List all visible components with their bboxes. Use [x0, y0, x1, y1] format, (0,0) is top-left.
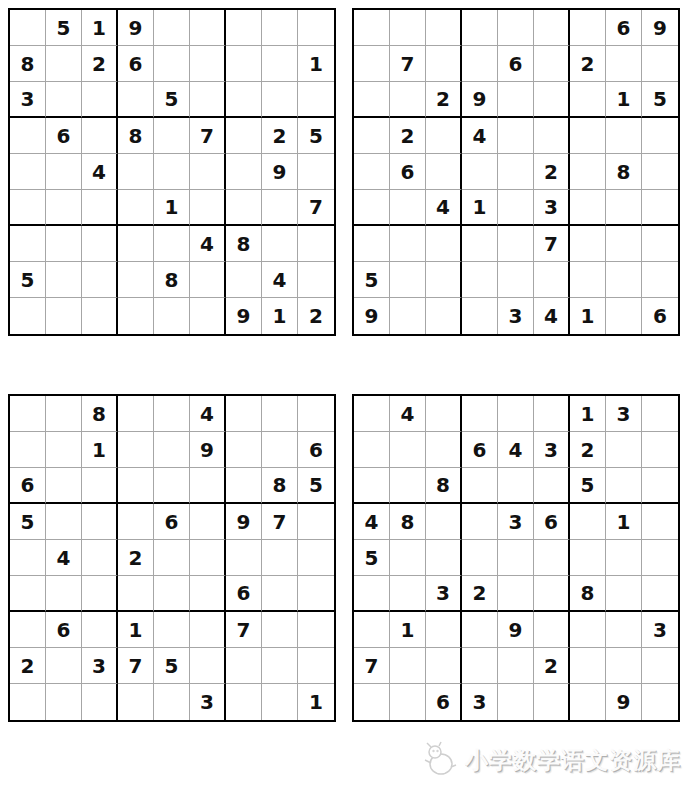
sudoku-cell-r6c5: 1	[154, 190, 190, 226]
sudoku-cell-r3c8: 8	[262, 468, 298, 504]
sudoku-cell-r9c6: 4	[534, 298, 570, 334]
penguin-mascot-icon	[417, 740, 459, 780]
sudoku-cell-r5c7	[226, 154, 262, 190]
sudoku-cell-r2c7: 2	[570, 46, 606, 82]
sudoku-cell-r9c5	[154, 684, 190, 720]
sudoku-cell-r5c7	[226, 540, 262, 576]
sudoku-cell-r4c4: 4	[462, 118, 498, 154]
sudoku-cell-r5c3: 4	[82, 154, 118, 190]
sudoku-cell-r3c1	[354, 82, 390, 118]
sudoku-cell-r4c8	[606, 118, 642, 154]
sudoku-cell-r3c5	[498, 82, 534, 118]
sudoku-cell-r3c8	[606, 468, 642, 504]
sudoku-cell-r2c7: 2	[570, 432, 606, 468]
sudoku-cell-r2c5: 4	[498, 432, 534, 468]
sudoku-cell-r2c8	[606, 46, 642, 82]
sudoku-cell-r5c8	[262, 540, 298, 576]
sudoku-cell-r5c1	[10, 540, 46, 576]
sudoku-cell-r7c4	[462, 612, 498, 648]
sudoku-cell-r6c3: 4	[426, 190, 462, 226]
sudoku-cell-r3c4: 9	[462, 82, 498, 118]
sudoku-cell-r8c7	[570, 648, 606, 684]
sudoku-cell-r8c9	[642, 262, 678, 298]
sudoku-cell-r7c2	[46, 226, 82, 262]
sudoku-cell-r8c6	[534, 262, 570, 298]
sudoku-cell-r4c4	[462, 504, 498, 540]
sudoku-board-top-left: 51982613568725491748584912	[8, 8, 336, 336]
sudoku-cell-r1c4	[118, 396, 154, 432]
sudoku-cell-r2c4: 6	[118, 46, 154, 82]
sudoku-cell-r6c5	[498, 576, 534, 612]
sudoku-cell-r8c2	[46, 648, 82, 684]
sudoku-cell-r3c1: 3	[10, 82, 46, 118]
sudoku-cell-r8c8	[262, 648, 298, 684]
sudoku-cell-r1c2	[390, 10, 426, 46]
sudoku-cell-r7c2	[390, 226, 426, 262]
sudoku-cell-r1c1	[10, 396, 46, 432]
sudoku-cell-r5c2	[390, 540, 426, 576]
sudoku-cell-r6c7	[226, 190, 262, 226]
sudoku-cell-r7c8	[262, 226, 298, 262]
sudoku-cell-r8c9	[298, 648, 334, 684]
sudoku-cell-r4c4: 8	[118, 118, 154, 154]
sudoku-cell-r8c3: 3	[82, 648, 118, 684]
sudoku-cell-r6c1	[354, 576, 390, 612]
sudoku-cell-r1c3	[426, 396, 462, 432]
sudoku-cell-r1c7	[226, 10, 262, 46]
sudoku-cell-r3c3	[82, 468, 118, 504]
sudoku-cell-r9c2	[46, 298, 82, 334]
sudoku-cell-r8c3	[82, 262, 118, 298]
sudoku-cell-r2c9: 6	[298, 432, 334, 468]
sudoku-cell-r9c7: 9	[226, 298, 262, 334]
sudoku-cell-r4c6	[190, 504, 226, 540]
sudoku-cell-r9c9: 6	[642, 298, 678, 334]
sudoku-cell-r5c5	[154, 540, 190, 576]
sudoku-cell-r8c1: 2	[10, 648, 46, 684]
sudoku-cell-r5c2	[46, 154, 82, 190]
sudoku-cell-r1c5	[498, 10, 534, 46]
sudoku-cell-r8c7	[226, 648, 262, 684]
sudoku-cell-r9c1: 9	[354, 298, 390, 334]
sudoku-cell-r3c6	[534, 82, 570, 118]
sudoku-cell-r7c9: 3	[642, 612, 678, 648]
sudoku-cell-r1c8	[262, 396, 298, 432]
sudoku-cell-r3c6	[190, 82, 226, 118]
sudoku-cell-r2c9	[642, 46, 678, 82]
sudoku-cell-r1c2	[46, 396, 82, 432]
sudoku-cell-r7c9	[298, 612, 334, 648]
sudoku-cell-r1c9	[298, 396, 334, 432]
sudoku-cell-r8c4: 7	[118, 648, 154, 684]
sudoku-cell-r8c8	[606, 262, 642, 298]
sudoku-cell-r5c6	[190, 540, 226, 576]
sudoku-cell-r5c6	[190, 154, 226, 190]
sudoku-cell-r4c1: 4	[354, 504, 390, 540]
sudoku-cell-r5c6	[534, 540, 570, 576]
sudoku-cell-r6c4	[118, 190, 154, 226]
sudoku-cell-r9c9: 1	[298, 684, 334, 720]
sudoku-cell-r3c7	[570, 82, 606, 118]
sudoku-cell-r1c8: 3	[606, 396, 642, 432]
sudoku-cell-r9c5	[154, 298, 190, 334]
sudoku-cell-r5c3	[426, 540, 462, 576]
sudoku-cell-r6c8	[606, 190, 642, 226]
sudoku-cell-r7c6: 4	[190, 226, 226, 262]
sudoku-cell-r4c9: 5	[298, 118, 334, 154]
sudoku-cell-r3c6	[190, 468, 226, 504]
sudoku-cell-r2c3	[426, 46, 462, 82]
sudoku-cell-r5c6: 2	[534, 154, 570, 190]
sudoku-cell-r2c9: 1	[298, 46, 334, 82]
sudoku-cell-r1c4	[462, 10, 498, 46]
sudoku-cell-r3c7	[226, 82, 262, 118]
sudoku-cell-r5c1	[10, 154, 46, 190]
sudoku-cell-r8c8	[606, 648, 642, 684]
sudoku-cell-r3c4	[118, 82, 154, 118]
sudoku-cell-r1c9	[298, 10, 334, 46]
sudoku-cell-r1c2: 5	[46, 10, 82, 46]
sudoku-cell-r8c2	[390, 262, 426, 298]
sudoku-cell-r4c1: 5	[10, 504, 46, 540]
sudoku-cell-r2c2: 7	[390, 46, 426, 82]
sudoku-cell-r1c8: 6	[606, 10, 642, 46]
sudoku-cell-r7c4: 1	[118, 612, 154, 648]
sudoku-cell-r5c9	[298, 540, 334, 576]
sudoku-cell-r6c5	[154, 576, 190, 612]
sudoku-cell-r3c7: 5	[570, 468, 606, 504]
sudoku-cell-r3c2	[46, 82, 82, 118]
sudoku-cell-r1c7	[570, 10, 606, 46]
sudoku-cell-r1c1	[354, 10, 390, 46]
sudoku-cell-r5c9	[298, 154, 334, 190]
sudoku-cell-r9c9	[642, 684, 678, 720]
sudoku-cell-r4c5	[498, 118, 534, 154]
sudoku-cell-r7c5	[154, 226, 190, 262]
sudoku-cell-r4c2: 2	[390, 118, 426, 154]
sudoku-cell-r5c8: 9	[262, 154, 298, 190]
sudoku-cell-r6c7	[570, 190, 606, 226]
sudoku-cell-r2c1: 8	[10, 46, 46, 82]
sudoku-cell-r6c1	[354, 190, 390, 226]
sudoku-cell-r3c2	[390, 82, 426, 118]
sudoku-cell-r6c5	[498, 190, 534, 226]
sudoku-cell-r2c5	[154, 46, 190, 82]
sudoku-cell-r7c1	[354, 226, 390, 262]
sudoku-cell-r3c2	[390, 468, 426, 504]
sudoku-cell-r7c5	[498, 226, 534, 262]
sudoku-cell-r1c7	[226, 396, 262, 432]
sudoku-cell-r8c6: 2	[534, 648, 570, 684]
sudoku-cell-r1c4: 9	[118, 10, 154, 46]
sudoku-cell-r9c3	[82, 684, 118, 720]
sudoku-cell-r9c7	[570, 684, 606, 720]
sudoku-cell-r2c2	[46, 46, 82, 82]
sudoku-cell-r7c6	[534, 612, 570, 648]
sudoku-cell-r9c8: 9	[606, 684, 642, 720]
sudoku-cell-r5c3	[82, 540, 118, 576]
sudoku-cell-r2c6: 3	[534, 432, 570, 468]
sudoku-cell-r2c2	[46, 432, 82, 468]
sudoku-cell-r1c5	[498, 396, 534, 432]
sudoku-cell-r6c2	[46, 576, 82, 612]
sudoku-cell-r5c5	[498, 540, 534, 576]
sudoku-cell-r4c5: 3	[498, 504, 534, 540]
sudoku-cell-r8c6	[190, 262, 226, 298]
sudoku-cell-r9c6: 3	[190, 684, 226, 720]
sudoku-cell-r2c3: 2	[82, 46, 118, 82]
sudoku-cell-r6c6	[534, 576, 570, 612]
sudoku-cell-r6c9	[642, 190, 678, 226]
sudoku-cell-r2c6	[190, 46, 226, 82]
sudoku-cell-r6c6: 3	[534, 190, 570, 226]
sudoku-cell-r5c5	[498, 154, 534, 190]
sudoku-cell-r4c8: 2	[262, 118, 298, 154]
sudoku-cell-r4c3	[82, 118, 118, 154]
sudoku-cell-r8c5	[498, 262, 534, 298]
sudoku-cell-r3c5	[498, 468, 534, 504]
sudoku-cell-r9c3: 6	[426, 684, 462, 720]
sudoku-cell-r3c6	[534, 468, 570, 504]
sudoku-cell-r2c4	[462, 46, 498, 82]
sudoku-cell-r7c8	[606, 226, 642, 262]
watermark-text: 小学数学语文资源库	[465, 745, 681, 776]
sudoku-cell-r3c9	[642, 468, 678, 504]
sudoku-cell-r3c1	[354, 468, 390, 504]
sudoku-cell-r1c9: 9	[642, 10, 678, 46]
sudoku-cell-r4c7	[570, 118, 606, 154]
sudoku-cell-r8c7	[570, 262, 606, 298]
sudoku-cell-r7c9	[642, 226, 678, 262]
sudoku-cell-r7c7: 7	[226, 612, 262, 648]
sudoku-cell-r8c3	[426, 262, 462, 298]
sudoku-cell-r6c2	[390, 190, 426, 226]
sudoku-cell-r1c5	[154, 10, 190, 46]
sudoku-cell-r6c9	[298, 576, 334, 612]
sudoku-cell-r1c2: 4	[390, 396, 426, 432]
sudoku-cell-r1c7: 1	[570, 396, 606, 432]
sudoku-cell-r7c8	[606, 612, 642, 648]
sudoku-cell-r8c3	[426, 648, 462, 684]
sudoku-cell-r6c1	[10, 190, 46, 226]
sudoku-cell-r5c4	[118, 154, 154, 190]
sudoku-cell-r5c4	[462, 540, 498, 576]
sudoku-cell-r4c3	[82, 504, 118, 540]
sudoku-cell-r7c7	[570, 226, 606, 262]
sudoku-cell-r9c8: 1	[262, 298, 298, 334]
sudoku-cell-r7c3	[426, 612, 462, 648]
sudoku-cell-r4c5	[154, 118, 190, 154]
sudoku-cell-r8c7	[226, 262, 262, 298]
sudoku-cell-r6c9: 7	[298, 190, 334, 226]
sudoku-cell-r4c7	[226, 118, 262, 154]
sudoku-cell-r7c5	[154, 612, 190, 648]
sudoku-cell-r2c9	[642, 432, 678, 468]
sudoku-cell-r7c2: 1	[390, 612, 426, 648]
sudoku-cell-r7c1	[10, 226, 46, 262]
sudoku-cell-r6c9	[642, 576, 678, 612]
sudoku-cell-r4c6	[534, 118, 570, 154]
sudoku-cell-r9c4	[118, 298, 154, 334]
sudoku-cell-r2c3	[426, 432, 462, 468]
sudoku-cell-r4c9	[642, 504, 678, 540]
sudoku-cell-r1c6	[534, 10, 570, 46]
sudoku-cell-r7c1	[10, 612, 46, 648]
sudoku-cell-r3c8: 1	[606, 82, 642, 118]
sudoku-cell-r9c2	[390, 298, 426, 334]
sudoku-cell-r8c5: 5	[154, 648, 190, 684]
sudoku-cell-r7c7	[570, 612, 606, 648]
sudoku-cell-r2c8	[262, 432, 298, 468]
sudoku-cell-r4c8: 7	[262, 504, 298, 540]
sudoku-cell-r2c7	[226, 432, 262, 468]
sudoku-cell-r4c6: 6	[534, 504, 570, 540]
sudoku-cell-r1c4	[462, 396, 498, 432]
sudoku-cell-r2c1	[354, 432, 390, 468]
sudoku-cell-r3c8	[262, 82, 298, 118]
watermark: 小学数学语文资源库	[417, 738, 681, 782]
sudoku-cell-r2c1	[354, 46, 390, 82]
sudoku-cell-r8c5: 8	[154, 262, 190, 298]
sudoku-cell-r7c2: 6	[46, 612, 82, 648]
sudoku-cell-r9c8	[262, 684, 298, 720]
sudoku-cell-r2c4: 6	[462, 432, 498, 468]
sudoku-cell-r6c4: 2	[462, 576, 498, 612]
sudoku-cell-r5c4: 2	[118, 540, 154, 576]
sudoku-cell-r5c4	[462, 154, 498, 190]
sudoku-cell-r6c4: 1	[462, 190, 498, 226]
sudoku-cell-r4c9	[642, 118, 678, 154]
sudoku-cell-r9c5: 3	[498, 298, 534, 334]
sudoku-cell-r9c7: 1	[570, 298, 606, 334]
sudoku-cell-r9c3	[426, 298, 462, 334]
sudoku-cell-r8c9	[642, 648, 678, 684]
sudoku-cell-r9c6	[190, 298, 226, 334]
sudoku-cell-r9c1	[10, 298, 46, 334]
sudoku-cell-r9c4	[118, 684, 154, 720]
sudoku-cell-r5c1: 5	[354, 540, 390, 576]
sudoku-cell-r2c5	[154, 432, 190, 468]
sudoku-cell-r6c1	[10, 576, 46, 612]
sudoku-cell-r7c1	[354, 612, 390, 648]
sudoku-cell-r5c3	[426, 154, 462, 190]
sudoku-cell-r7c3	[82, 226, 118, 262]
sudoku-cell-r1c3: 8	[82, 396, 118, 432]
sudoku-cell-r8c4	[118, 262, 154, 298]
sudoku-cell-r5c5	[154, 154, 190, 190]
sudoku-cell-r4c3	[426, 118, 462, 154]
sudoku-cell-r7c4	[462, 226, 498, 262]
sudoku-cell-r5c9	[642, 540, 678, 576]
sudoku-cell-r9c1	[354, 684, 390, 720]
sudoku-cell-r4c9	[298, 504, 334, 540]
sudoku-board-bottom-right: 41364328548361532819372639	[352, 394, 680, 722]
sudoku-cell-r7c6: 7	[534, 226, 570, 262]
sudoku-cell-r7c3	[82, 612, 118, 648]
sudoku-cell-r6c3: 3	[426, 576, 462, 612]
sudoku-cell-r8c2	[390, 648, 426, 684]
sudoku-cell-r3c3: 8	[426, 468, 462, 504]
sudoku-cell-r2c8	[262, 46, 298, 82]
sudoku-cell-r3c3	[82, 82, 118, 118]
sudoku-cell-r9c6	[534, 684, 570, 720]
sudoku-cell-r7c6	[190, 612, 226, 648]
sudoku-cell-r3c4	[118, 468, 154, 504]
sudoku-cell-r3c7	[226, 468, 262, 504]
sudoku-cell-r8c5	[498, 648, 534, 684]
sudoku-cell-r4c2: 6	[46, 118, 82, 154]
sudoku-cell-r4c8: 1	[606, 504, 642, 540]
sudoku-cell-r1c5	[154, 396, 190, 432]
sudoku-cell-r5c7	[570, 154, 606, 190]
sudoku-cell-r5c7	[570, 540, 606, 576]
sudoku-cell-r1c3	[426, 10, 462, 46]
sudoku-cell-r8c8: 4	[262, 262, 298, 298]
sudoku-cell-r2c4	[118, 432, 154, 468]
sudoku-cell-r6c8	[262, 190, 298, 226]
sudoku-cell-r7c4	[118, 226, 154, 262]
sudoku-cell-r5c8: 8	[606, 154, 642, 190]
sudoku-cell-r9c9: 2	[298, 298, 334, 334]
sudoku-cell-r5c8	[606, 540, 642, 576]
sudoku-cell-r2c1	[10, 432, 46, 468]
sudoku-cell-r1c1	[354, 396, 390, 432]
sudoku-cell-r9c4: 3	[462, 684, 498, 720]
sudoku-cell-r4c5: 6	[154, 504, 190, 540]
sudoku-cell-r7c5: 9	[498, 612, 534, 648]
sudoku-cell-r6c2	[46, 190, 82, 226]
sudoku-cell-r4c3	[426, 504, 462, 540]
sudoku-cell-r9c7	[226, 684, 262, 720]
sudoku-cell-r8c1: 5	[10, 262, 46, 298]
sudoku-cell-r1c6: 4	[190, 396, 226, 432]
sudoku-cell-r8c6	[190, 648, 226, 684]
sudoku-cell-r9c1	[10, 684, 46, 720]
sudoku-cell-r2c7	[226, 46, 262, 82]
sudoku-cell-r6c8	[262, 576, 298, 612]
sudoku-cell-r6c7: 8	[570, 576, 606, 612]
sudoku-cell-r3c5	[154, 468, 190, 504]
sudoku-cell-r9c3	[82, 298, 118, 334]
sudoku-cell-r3c5: 5	[154, 82, 190, 118]
sudoku-cell-r9c4	[462, 298, 498, 334]
sudoku-cell-r9c2	[390, 684, 426, 720]
sudoku-cell-r1c6	[190, 10, 226, 46]
sudoku-cell-r1c9	[642, 396, 678, 432]
sudoku-cell-r8c1: 5	[354, 262, 390, 298]
sudoku-cell-r7c8	[262, 612, 298, 648]
sudoku-cell-r4c6: 7	[190, 118, 226, 154]
sudoku-cell-r9c2	[46, 684, 82, 720]
sudoku-cell-r6c4	[118, 576, 154, 612]
sudoku-cell-r1c8	[262, 10, 298, 46]
sudoku-cell-r6c2	[390, 576, 426, 612]
sudoku-worksheet-page: 51982613568725491748584912 6976229152462…	[0, 0, 685, 785]
sudoku-cell-r4c4	[118, 504, 154, 540]
sudoku-cell-r8c4	[462, 262, 498, 298]
sudoku-cell-r8c9	[298, 262, 334, 298]
sudoku-cell-r6c7: 6	[226, 576, 262, 612]
sudoku-cell-r7c3	[426, 226, 462, 262]
sudoku-cell-r8c4	[462, 648, 498, 684]
sudoku-cell-r4c1	[354, 118, 390, 154]
sudoku-cell-r6c6	[190, 190, 226, 226]
sudoku-cell-r4c1	[10, 118, 46, 154]
sudoku-cell-r2c6	[534, 46, 570, 82]
sudoku-cell-r1c3: 1	[82, 10, 118, 46]
sudoku-cell-r5c1	[354, 154, 390, 190]
sudoku-cell-r1c1	[10, 10, 46, 46]
